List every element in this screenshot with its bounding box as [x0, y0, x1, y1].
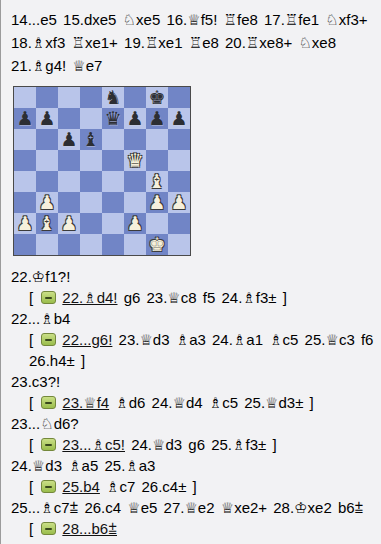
square-e5[interactable]	[102, 150, 124, 171]
piece-white-pawn-c2[interactable]: ♟	[60, 213, 77, 234]
variation-move-link[interactable]: 23.♕f4	[62, 394, 109, 411]
close-bracket: ]	[277, 289, 287, 306]
square-b6[interactable]	[36, 129, 58, 150]
piece-black-bishop-d6[interactable]: ♝	[82, 129, 99, 150]
square-c5[interactable]	[58, 150, 80, 171]
mainline-move-text[interactable]: 22.♔f1?!	[1, 266, 381, 287]
variation-line: [ 22...g6! 23.♕d3 ♗a3 24.♗a1 ♗c5 25.♕c3 …	[1, 329, 381, 371]
square-e6[interactable]	[102, 129, 124, 150]
square-a3[interactable]	[14, 192, 36, 213]
piece-white-bishop-b2[interactable]: ♝	[38, 213, 55, 234]
square-d1[interactable]	[80, 234, 102, 255]
variation-move-link[interactable]: 22...g6!	[62, 331, 112, 348]
collapse-variation-icon[interactable]	[41, 522, 56, 535]
collapse-variation-icon[interactable]	[41, 396, 56, 409]
piece-white-pawn-f2[interactable]: ♟	[126, 213, 143, 234]
square-b3[interactable]: ♟	[36, 192, 58, 213]
square-d6[interactable]: ♝	[80, 129, 102, 150]
square-d4[interactable]	[80, 171, 102, 192]
square-h5[interactable]	[168, 150, 190, 171]
square-g2[interactable]	[146, 213, 168, 234]
open-bracket: [	[29, 436, 39, 453]
variation-line: [ 23...♗c5! 24.♕d3 g6 25.♗f3± ]	[1, 434, 381, 455]
minus-icon	[45, 444, 52, 446]
variation-move-link[interactable]: 23...♗c5!	[62, 436, 125, 453]
square-g7[interactable]: ♟	[146, 108, 168, 129]
close-bracket: ]	[186, 478, 196, 495]
square-f6[interactable]	[124, 129, 146, 150]
minus-icon	[45, 297, 52, 299]
square-c2[interactable]: ♟	[58, 213, 80, 234]
mainline-move-text[interactable]: 23...♘d6?	[1, 413, 381, 434]
piece-white-pawn-a2[interactable]: ♟	[16, 213, 33, 234]
square-a6[interactable]	[14, 129, 36, 150]
square-d7[interactable]	[80, 108, 102, 129]
piece-black-knight-e8[interactable]: ♞	[104, 87, 121, 108]
piece-white-king-g1[interactable]: ♚	[148, 234, 165, 255]
square-h4[interactable]	[168, 171, 190, 192]
variation-move-link[interactable]: 28...b6⩲	[62, 520, 117, 537]
minus-icon	[45, 339, 52, 341]
square-g8[interactable]: ♚	[146, 87, 168, 108]
minus-icon	[45, 402, 52, 404]
square-e4[interactable]	[102, 171, 124, 192]
open-bracket: [	[29, 394, 39, 411]
piece-black-pawn-h7[interactable]: ♟	[170, 108, 187, 129]
square-g6[interactable]	[146, 129, 168, 150]
variation-line: [ 25.b4 ♗c7 26.c4± ]	[1, 476, 381, 497]
variation-move-link[interactable]: 22.♗d4!	[62, 289, 117, 306]
square-e1[interactable]	[102, 234, 124, 255]
variation-line: [ 23.♕f4 ♗d6 24.♕d4 ♗c5 25.♕d3± ]	[1, 392, 381, 413]
square-e8[interactable]: ♞	[102, 87, 124, 108]
square-a8[interactable]	[14, 87, 36, 108]
square-f7[interactable]: ♟	[124, 108, 146, 129]
square-f8[interactable]	[124, 87, 146, 108]
square-g1[interactable]: ♚	[146, 234, 168, 255]
square-d3[interactable]	[80, 192, 102, 213]
close-bracket: ]	[75, 352, 85, 369]
square-f2[interactable]: ♟	[124, 213, 146, 234]
chess-analysis-panel: 14...e5 15.dxe5 ♘xe5 16.♕f5! ♖fe8 17.♖fe…	[0, 0, 381, 544]
square-h6[interactable]	[168, 129, 190, 150]
game-notation-text[interactable]: 14...e5 15.dxe5 ♘xe5 16.♕f5! ♖fe8 17.♖fe…	[1, 0, 381, 77]
square-a1[interactable]	[14, 234, 36, 255]
open-bracket: [	[29, 478, 39, 495]
piece-black-pawn-a7[interactable]: ♟	[16, 108, 33, 129]
piece-white-queen-f5[interactable]: ♛	[126, 150, 143, 171]
square-d2[interactable]	[80, 213, 102, 234]
square-g4[interactable]: ♝	[146, 171, 168, 192]
square-c3[interactable]	[58, 192, 80, 213]
square-d5[interactable]	[80, 150, 102, 171]
close-bracket: ]	[303, 394, 313, 411]
analysis-lines: 22.♔f1?![ 22.♗d4! g6 23.♕c8 f5 24.♗f3± ]…	[1, 266, 381, 539]
mainline-move-text[interactable]: 22...♗b4	[1, 308, 381, 329]
collapse-variation-icon[interactable]	[41, 291, 56, 304]
square-c7[interactable]	[58, 108, 80, 129]
square-c8[interactable]	[58, 87, 80, 108]
square-b2[interactable]: ♝	[36, 213, 58, 234]
variation-continuation[interactable]: g6 23.♕c8 f5 24.♗f3±	[118, 289, 277, 306]
variation-line: [ 28...b6⩲	[1, 518, 381, 539]
square-b5[interactable]	[36, 150, 58, 171]
open-bracket: [	[29, 520, 39, 537]
variation-continuation[interactable]: ♗d6 24.♕d4 ♗c5 25.♕d3±	[109, 394, 303, 411]
square-b8[interactable]	[36, 87, 58, 108]
square-a5[interactable]	[14, 150, 36, 171]
square-h7[interactable]: ♟	[168, 108, 190, 129]
chess-board: ♞♚♟♟♛♟♟♟♟♝♛♝♟♟♟♟♝♟♟♚	[13, 86, 191, 256]
piece-black-king-g8[interactable]: ♚	[148, 87, 165, 108]
square-h3[interactable]: ♟	[168, 192, 190, 213]
collapse-variation-icon[interactable]	[41, 438, 56, 451]
close-bracket: ]	[266, 436, 276, 453]
square-b4[interactable]	[36, 171, 58, 192]
square-a2[interactable]: ♟	[14, 213, 36, 234]
variation-continuation[interactable]: ♗c7 26.c4±	[100, 478, 187, 495]
square-f5[interactable]: ♛	[124, 150, 146, 171]
piece-white-bishop-g4[interactable]: ♝	[148, 171, 165, 192]
open-bracket: [	[29, 331, 39, 348]
open-bracket: [	[29, 289, 39, 306]
collapse-variation-icon[interactable]	[41, 480, 56, 493]
square-g5[interactable]	[146, 150, 168, 171]
mainline-move-text[interactable]: 23.c3?!	[1, 371, 381, 392]
piece-black-pawn-f7[interactable]: ♟	[126, 108, 143, 129]
square-c6[interactable]: ♟	[58, 129, 80, 150]
minus-icon	[45, 528, 52, 530]
square-h2[interactable]	[168, 213, 190, 234]
mainline-move-text[interactable]: 25...♗c7⩲ 26.c4 ♕e5 27.♕e2 ♕xe2+ 28.♔xe2…	[1, 497, 381, 518]
variation-move-link[interactable]: 25.b4	[62, 478, 100, 495]
square-f4[interactable]	[124, 171, 146, 192]
piece-black-pawn-g7[interactable]: ♟	[148, 108, 165, 129]
variation-continuation[interactable]: 24.♕d3 g6 25.♗f3±	[125, 436, 266, 453]
minus-icon	[45, 486, 52, 488]
square-e2[interactable]	[102, 213, 124, 234]
square-f1[interactable]	[124, 234, 146, 255]
square-f3[interactable]	[124, 192, 146, 213]
collapse-variation-icon[interactable]	[41, 333, 56, 346]
square-h8[interactable]	[168, 87, 190, 108]
square-c4[interactable]	[58, 171, 80, 192]
square-e3[interactable]	[102, 192, 124, 213]
piece-black-queen-e7[interactable]: ♛	[104, 108, 121, 129]
square-c1[interactable]	[58, 234, 80, 255]
mainline-move-text[interactable]: 24.♕d3 ♗a5 25.♗a3	[1, 455, 381, 476]
piece-white-pawn-g3[interactable]: ♟	[148, 192, 165, 213]
square-g3[interactable]: ♟	[146, 192, 168, 213]
variation-line: [ 22.♗d4! g6 23.♕c8 f5 24.♗f3± ]	[1, 287, 381, 308]
piece-white-pawn-b3[interactable]: ♟	[38, 192, 55, 213]
square-e7[interactable]: ♛	[102, 108, 124, 129]
piece-black-pawn-c6[interactable]: ♟	[60, 129, 77, 150]
square-a7[interactable]: ♟	[14, 108, 36, 129]
piece-black-pawn-b7[interactable]: ♟	[38, 108, 55, 129]
square-b7[interactable]: ♟	[36, 108, 58, 129]
square-d8[interactable]	[80, 87, 102, 108]
square-a4[interactable]	[14, 171, 36, 192]
square-b1[interactable]	[36, 234, 58, 255]
square-h1[interactable]	[168, 234, 190, 255]
piece-white-pawn-h3[interactable]: ♟	[170, 192, 187, 213]
